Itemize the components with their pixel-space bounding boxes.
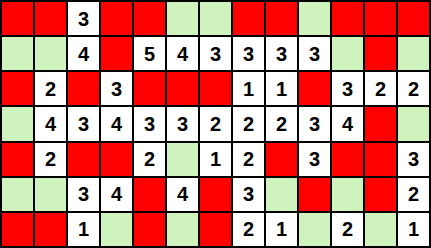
cell-r4c3-clue[interactable]: 3 bbox=[68, 107, 99, 140]
cell-r2c5-clue[interactable]: 5 bbox=[134, 37, 165, 70]
cell-r2c10-clue[interactable]: 3 bbox=[299, 37, 330, 70]
cell-r1c8-mine[interactable] bbox=[233, 2, 264, 35]
cell-r5c11-mine[interactable] bbox=[332, 143, 363, 176]
cell-r6c5-mine[interactable] bbox=[134, 178, 165, 211]
cell-r2c8-clue[interactable]: 3 bbox=[233, 37, 264, 70]
cell-r7c10-blank[interactable] bbox=[299, 213, 330, 246]
cell-r6c3-clue[interactable]: 3 bbox=[68, 178, 99, 211]
cell-r1c4-mine[interactable] bbox=[101, 2, 132, 35]
cell-r5c3-mine[interactable] bbox=[68, 143, 99, 176]
cell-r1c2-mine[interactable] bbox=[35, 2, 66, 35]
cell-r1c6-blank[interactable] bbox=[167, 2, 198, 35]
cell-r4c9-clue[interactable]: 2 bbox=[266, 107, 297, 140]
cell-r7c9-clue[interactable]: 1 bbox=[266, 213, 297, 246]
cell-r2c11-blank[interactable] bbox=[332, 37, 363, 70]
cell-r4c1-blank[interactable] bbox=[2, 107, 33, 140]
cell-r4c4-clue[interactable]: 4 bbox=[101, 107, 132, 140]
cell-r7c2-mine[interactable] bbox=[35, 213, 66, 246]
cell-r1c10-blank[interactable] bbox=[299, 2, 330, 35]
cell-r2c2-blank[interactable] bbox=[35, 37, 66, 70]
cell-r7c3-clue[interactable]: 1 bbox=[68, 213, 99, 246]
cell-r3c12-clue[interactable]: 2 bbox=[365, 72, 396, 105]
cell-r4c12-mine[interactable] bbox=[365, 107, 396, 140]
cell-r5c8-clue[interactable]: 2 bbox=[233, 143, 264, 176]
cell-r1c12-mine[interactable] bbox=[365, 2, 396, 35]
cell-r5c1-mine[interactable] bbox=[2, 143, 33, 176]
cell-r7c4-blank[interactable] bbox=[101, 213, 132, 246]
cell-r3c7-mine[interactable] bbox=[200, 72, 231, 105]
cell-r4c8-clue[interactable]: 2 bbox=[233, 107, 264, 140]
cell-r6c12-mine[interactable] bbox=[365, 178, 396, 211]
cell-r4c13-blank[interactable] bbox=[398, 107, 429, 140]
cell-r3c11-clue[interactable]: 3 bbox=[332, 72, 363, 105]
cell-r4c11-clue[interactable]: 4 bbox=[332, 107, 363, 140]
cell-r2c4-mine[interactable] bbox=[101, 37, 132, 70]
cell-r3c6-mine[interactable] bbox=[167, 72, 198, 105]
cell-r3c5-mine[interactable] bbox=[134, 72, 165, 105]
cell-r1c11-mine[interactable] bbox=[332, 2, 363, 35]
cell-r6c13-clue[interactable]: 2 bbox=[398, 178, 429, 211]
cell-r3c3-mine[interactable] bbox=[68, 72, 99, 105]
cell-r5c9-mine[interactable] bbox=[266, 143, 297, 176]
cell-r7c1-mine[interactable] bbox=[2, 213, 33, 246]
cell-r7c12-blank[interactable] bbox=[365, 213, 396, 246]
cell-r3c1-mine[interactable] bbox=[2, 72, 33, 105]
cell-r4c6-clue[interactable]: 3 bbox=[167, 107, 198, 140]
cell-r3c10-mine[interactable] bbox=[299, 72, 330, 105]
cell-r7c13-clue[interactable]: 1 bbox=[398, 213, 429, 246]
minesweeper-board: 3454333323113224343322234221233344321212… bbox=[0, 0, 431, 248]
cell-r6c11-blank[interactable] bbox=[332, 178, 363, 211]
cell-r3c4-clue[interactable]: 3 bbox=[101, 72, 132, 105]
cell-r6c4-clue[interactable]: 4 bbox=[101, 178, 132, 211]
cell-r3c2-clue[interactable]: 2 bbox=[35, 72, 66, 105]
cell-r2c3-clue[interactable]: 4 bbox=[68, 37, 99, 70]
cell-r2c13-blank[interactable] bbox=[398, 37, 429, 70]
cell-r4c10-clue[interactable]: 3 bbox=[299, 107, 330, 140]
cell-r5c12-mine[interactable] bbox=[365, 143, 396, 176]
cell-r5c10-clue[interactable]: 3 bbox=[299, 143, 330, 176]
cell-r1c9-mine[interactable] bbox=[266, 2, 297, 35]
cell-r7c6-blank[interactable] bbox=[167, 213, 198, 246]
cell-r6c1-blank[interactable] bbox=[2, 178, 33, 211]
cell-r6c7-mine[interactable] bbox=[200, 178, 231, 211]
cell-r7c7-mine[interactable] bbox=[200, 213, 231, 246]
cell-r1c5-mine[interactable] bbox=[134, 2, 165, 35]
cell-r6c9-blank[interactable] bbox=[266, 178, 297, 211]
cell-r2c6-clue[interactable]: 4 bbox=[167, 37, 198, 70]
cell-r2c12-mine[interactable] bbox=[365, 37, 396, 70]
cell-r3c8-clue[interactable]: 1 bbox=[233, 72, 264, 105]
cell-r6c10-mine[interactable] bbox=[299, 178, 330, 211]
cell-r6c2-blank[interactable] bbox=[35, 178, 66, 211]
cell-r2c1-blank[interactable] bbox=[2, 37, 33, 70]
cell-r7c8-clue[interactable]: 2 bbox=[233, 213, 264, 246]
cell-r5c6-blank[interactable] bbox=[167, 143, 198, 176]
cell-r7c5-mine[interactable] bbox=[134, 213, 165, 246]
cell-r4c5-clue[interactable]: 3 bbox=[134, 107, 165, 140]
cell-r3c9-clue[interactable]: 1 bbox=[266, 72, 297, 105]
cell-r5c13-clue[interactable]: 3 bbox=[398, 143, 429, 176]
cell-r7c11-clue[interactable]: 2 bbox=[332, 213, 363, 246]
cell-r5c5-clue[interactable]: 2 bbox=[134, 143, 165, 176]
cell-r3c13-clue[interactable]: 2 bbox=[398, 72, 429, 105]
cell-r5c7-clue[interactable]: 1 bbox=[200, 143, 231, 176]
cell-r5c4-mine[interactable] bbox=[101, 143, 132, 176]
cell-r1c13-mine[interactable] bbox=[398, 2, 429, 35]
cell-r1c7-blank[interactable] bbox=[200, 2, 231, 35]
cell-r2c7-clue[interactable]: 3 bbox=[200, 37, 231, 70]
cell-r6c6-clue[interactable]: 4 bbox=[167, 178, 198, 211]
cell-r6c8-clue[interactable]: 3 bbox=[233, 178, 264, 211]
cell-r4c2-clue[interactable]: 4 bbox=[35, 107, 66, 140]
cell-r1c1-mine[interactable] bbox=[2, 2, 33, 35]
cell-r2c9-clue[interactable]: 3 bbox=[266, 37, 297, 70]
cell-r4c7-clue[interactable]: 2 bbox=[200, 107, 231, 140]
cell-r5c2-clue[interactable]: 2 bbox=[35, 143, 66, 176]
cell-r1c3-clue[interactable]: 3 bbox=[68, 2, 99, 35]
